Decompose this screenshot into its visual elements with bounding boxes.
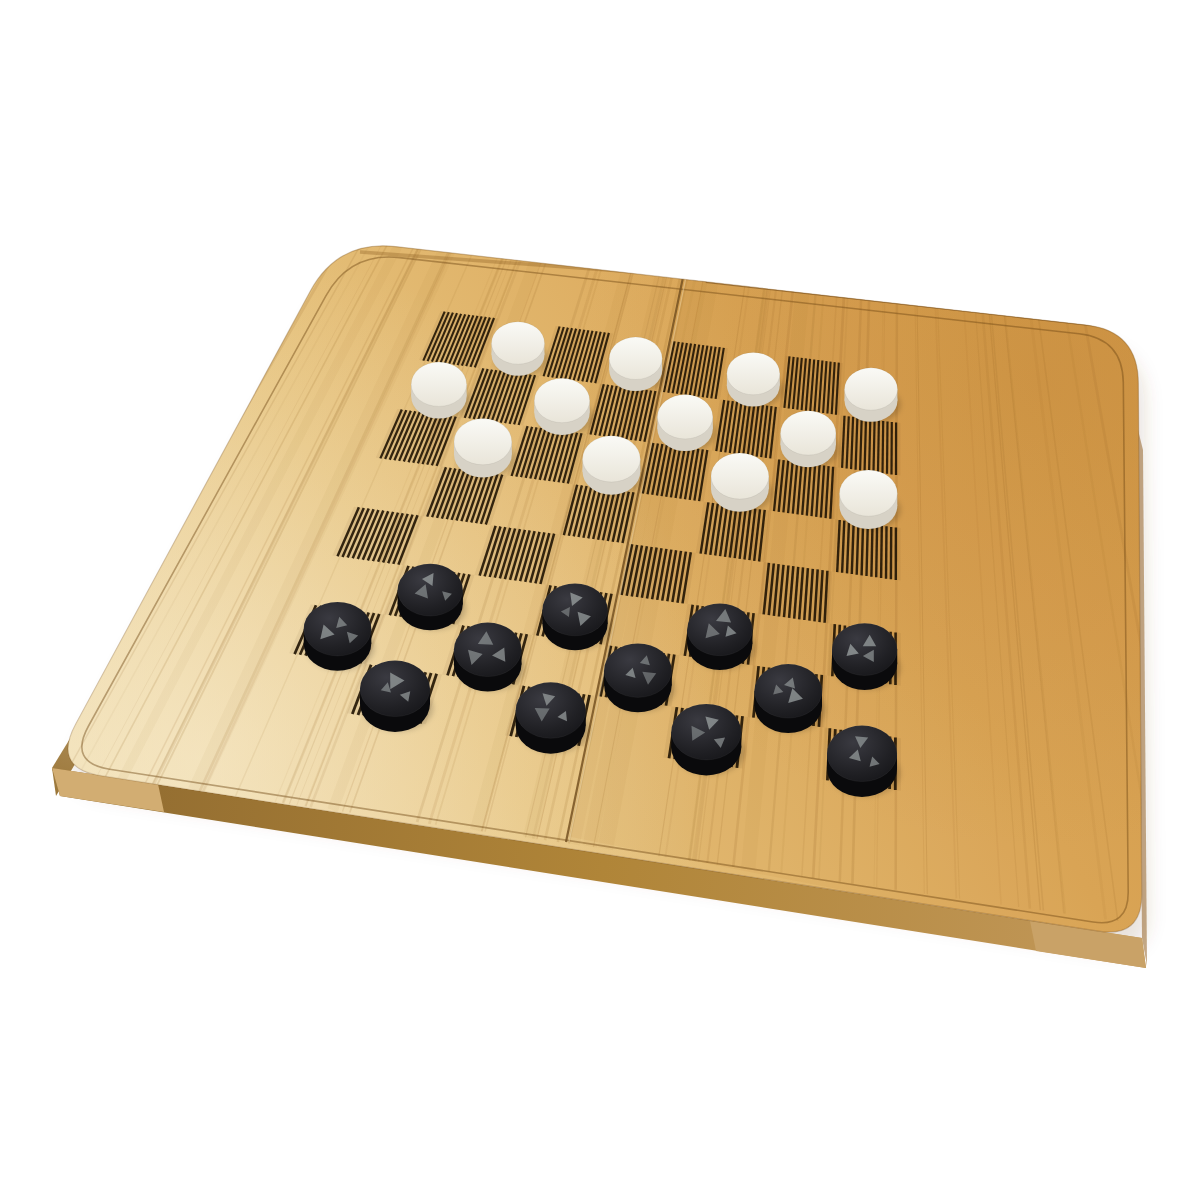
black-piece-r7c1[interactable] bbox=[304, 602, 375, 671]
white-piece-r3c6[interactable] bbox=[711, 453, 772, 513]
piece-top bbox=[609, 337, 662, 379]
black-piece-r8c2[interactable] bbox=[360, 661, 434, 732]
black-piece-r7c3[interactable] bbox=[454, 623, 525, 692]
white-piece-r2c7[interactable] bbox=[781, 411, 840, 468]
piece-top bbox=[754, 664, 822, 718]
white-piece-r1c8[interactable] bbox=[845, 368, 902, 423]
black-piece-r8c4[interactable] bbox=[516, 682, 590, 753]
white-piece-r2c1[interactable] bbox=[411, 362, 470, 419]
black-piece-r7c7[interactable] bbox=[754, 664, 825, 733]
piece-top bbox=[840, 470, 898, 516]
piece-top bbox=[671, 704, 741, 760]
white-piece-r3c2[interactable] bbox=[454, 419, 515, 478]
piece-top bbox=[604, 643, 672, 697]
black-piece-r6c4[interactable] bbox=[542, 584, 611, 651]
piece-top bbox=[454, 623, 522, 677]
white-piece-r2c5[interactable] bbox=[657, 395, 716, 452]
piece-top bbox=[687, 604, 752, 656]
white-piece-r1c2[interactable] bbox=[492, 322, 549, 377]
piece-top bbox=[827, 726, 897, 782]
black-piece-r8c6[interactable] bbox=[671, 704, 745, 776]
piece-top bbox=[583, 436, 641, 482]
piece-top bbox=[727, 352, 780, 394]
dark-square-r1c7[interactable] bbox=[780, 356, 843, 416]
dark-square-r1c5[interactable] bbox=[660, 341, 728, 400]
dark-square-r3c7[interactable] bbox=[769, 459, 837, 519]
piece-top bbox=[832, 623, 897, 675]
checkers-board-photo bbox=[0, 0, 1200, 1200]
piece-top bbox=[845, 368, 898, 410]
piece-top bbox=[516, 682, 586, 738]
black-piece-r7c5[interactable] bbox=[604, 643, 675, 712]
white-piece-r2c3[interactable] bbox=[534, 378, 593, 435]
piece-top bbox=[542, 584, 607, 636]
piece-top bbox=[304, 602, 372, 656]
dark-square-r2c8[interactable] bbox=[838, 415, 901, 475]
product-photo-scene bbox=[0, 0, 1200, 1200]
piece-top bbox=[398, 564, 463, 616]
light-square-r4c7[interactable] bbox=[764, 511, 835, 572]
piece-top bbox=[492, 322, 545, 364]
light-square-r4c5[interactable] bbox=[627, 493, 703, 553]
black-piece-r6c6[interactable] bbox=[687, 604, 756, 671]
white-piece-r1c6[interactable] bbox=[727, 352, 784, 407]
seam-top-notch bbox=[692, 262, 709, 282]
piece-top bbox=[454, 419, 512, 465]
white-piece-r1c4[interactable] bbox=[609, 337, 666, 392]
piece-top bbox=[781, 411, 836, 455]
dark-square-r5c7[interactable] bbox=[759, 562, 833, 623]
piece-top bbox=[711, 453, 769, 499]
black-piece-r6c2[interactable] bbox=[398, 564, 467, 631]
white-piece-r3c4[interactable] bbox=[583, 436, 644, 496]
piece-top bbox=[411, 362, 466, 406]
piece-top bbox=[534, 378, 589, 422]
piece-top bbox=[360, 661, 430, 717]
dark-square-r2c6[interactable] bbox=[712, 399, 780, 459]
black-piece-r8c8[interactable] bbox=[827, 726, 901, 797]
black-piece-r6c8[interactable] bbox=[832, 623, 901, 690]
white-piece-r3c8[interactable] bbox=[840, 470, 901, 530]
piece-top bbox=[657, 395, 712, 439]
dark-square-r3c5[interactable] bbox=[638, 442, 712, 502]
